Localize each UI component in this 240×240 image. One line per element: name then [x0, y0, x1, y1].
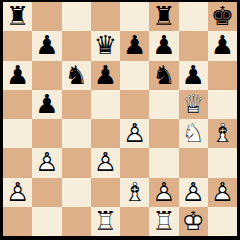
square-h3[interactable]	[208, 148, 237, 177]
square-g1[interactable]: ♚♔	[179, 207, 208, 236]
white-piece-outline: ♙	[179, 178, 208, 207]
square-a7[interactable]	[3, 31, 32, 60]
square-f2[interactable]: ♟♙	[149, 178, 178, 207]
square-c2[interactable]	[62, 178, 91, 207]
white-piece-outline: ♗	[208, 119, 237, 148]
square-b5[interactable]: ♟	[32, 90, 61, 119]
square-b3[interactable]: ♟♙	[32, 148, 61, 177]
square-f1[interactable]: ♜♖	[149, 207, 178, 236]
square-g3[interactable]	[179, 148, 208, 177]
square-d1[interactable]: ♜♖	[91, 207, 120, 236]
square-g4[interactable]: ♞♘	[179, 119, 208, 148]
white-piece-outline: ♕	[179, 90, 208, 119]
square-b2[interactable]	[32, 178, 61, 207]
square-c7[interactable]	[62, 31, 91, 60]
piece-black-king[interactable]: ♚	[208, 2, 237, 31]
piece-white-queen[interactable]: ♛♕	[179, 90, 208, 119]
square-f4[interactable]	[149, 119, 178, 148]
piece-white-bishop[interactable]: ♝♗	[208, 119, 237, 148]
square-c3[interactable]	[62, 148, 91, 177]
square-b1[interactable]	[32, 207, 61, 236]
piece-black-queen[interactable]: ♛	[91, 31, 120, 60]
piece-white-knight[interactable]: ♞♘	[179, 119, 208, 148]
square-c1[interactable]	[62, 207, 91, 236]
square-f5[interactable]	[149, 90, 178, 119]
square-h5[interactable]	[208, 90, 237, 119]
square-e4[interactable]: ♟♙	[120, 119, 149, 148]
square-d8[interactable]	[91, 2, 120, 31]
piece-white-rook[interactable]: ♜♖	[149, 207, 178, 236]
white-piece-outline: ♙	[208, 178, 237, 207]
piece-white-pawn[interactable]: ♟♙	[32, 148, 61, 177]
square-d5[interactable]	[91, 90, 120, 119]
square-d3[interactable]: ♟♙	[91, 148, 120, 177]
square-e3[interactable]	[120, 148, 149, 177]
square-a4[interactable]	[3, 119, 32, 148]
square-g6[interactable]: ♟	[179, 61, 208, 90]
piece-black-pawn[interactable]: ♟	[208, 31, 237, 60]
square-h2[interactable]: ♟♙	[208, 178, 237, 207]
white-piece-outline: ♙	[120, 119, 149, 148]
white-piece-outline: ♙	[32, 148, 61, 177]
square-d6[interactable]: ♟	[91, 61, 120, 90]
square-b7[interactable]: ♟	[32, 31, 61, 60]
square-a8[interactable]: ♜	[3, 2, 32, 31]
square-e5[interactable]	[120, 90, 149, 119]
square-c6[interactable]: ♞	[62, 61, 91, 90]
square-b6[interactable]	[32, 61, 61, 90]
square-f8[interactable]: ♜	[149, 2, 178, 31]
white-piece-outline: ♙	[91, 148, 120, 177]
piece-black-pawn[interactable]: ♟	[120, 31, 149, 60]
square-e7[interactable]: ♟	[120, 31, 149, 60]
square-a1[interactable]	[3, 207, 32, 236]
piece-black-knight[interactable]: ♞	[62, 61, 91, 90]
square-h8[interactable]: ♚	[208, 2, 237, 31]
piece-white-pawn[interactable]: ♟♙	[149, 178, 178, 207]
white-piece-outline: ♔	[179, 207, 208, 236]
square-c8[interactable]	[62, 2, 91, 31]
piece-black-pawn[interactable]: ♟	[3, 61, 32, 90]
square-h7[interactable]: ♟	[208, 31, 237, 60]
square-h1[interactable]	[208, 207, 237, 236]
white-piece-outline: ♗	[120, 178, 149, 207]
piece-black-pawn[interactable]: ♟	[32, 31, 61, 60]
white-piece-outline: ♙	[149, 178, 178, 207]
square-b4[interactable]	[32, 119, 61, 148]
square-g2[interactable]: ♟♙	[179, 178, 208, 207]
piece-white-bishop[interactable]: ♝♗	[120, 178, 149, 207]
white-piece-outline: ♘	[179, 119, 208, 148]
piece-black-pawn[interactable]: ♟	[91, 61, 120, 90]
square-h4[interactable]: ♝♗	[208, 119, 237, 148]
piece-black-pawn[interactable]: ♟	[149, 31, 178, 60]
square-g8[interactable]	[179, 2, 208, 31]
white-piece-outline: ♖	[91, 207, 120, 236]
square-e2[interactable]: ♝♗	[120, 178, 149, 207]
piece-black-pawn[interactable]: ♟	[179, 61, 208, 90]
square-h6[interactable]	[208, 61, 237, 90]
square-f7[interactable]: ♟	[149, 31, 178, 60]
square-e8[interactable]	[120, 2, 149, 31]
square-f6[interactable]: ♞	[149, 61, 178, 90]
square-a3[interactable]	[3, 148, 32, 177]
piece-white-king[interactable]: ♚♔	[179, 207, 208, 236]
piece-white-pawn[interactable]: ♟♙	[208, 178, 237, 207]
square-d7[interactable]: ♛	[91, 31, 120, 60]
square-e1[interactable]	[120, 207, 149, 236]
square-d2[interactable]	[91, 178, 120, 207]
white-piece-outline: ♖	[149, 207, 178, 236]
square-f3[interactable]	[149, 148, 178, 177]
piece-black-pawn[interactable]: ♟	[32, 90, 61, 119]
square-g5[interactable]: ♛♕	[179, 90, 208, 119]
piece-black-rook[interactable]: ♜	[3, 2, 32, 31]
board-frame: ♜♜♚♟♛♟♟♟♟♞♟♞♟♟♛♕♟♙♞♘♝♗♟♙♟♙♟♙♝♗♟♙♟♙♟♙♜♖♜♖…	[0, 0, 240, 240]
square-c4[interactable]	[62, 119, 91, 148]
piece-white-pawn[interactable]: ♟♙	[179, 178, 208, 207]
piece-white-pawn[interactable]: ♟♙	[120, 119, 149, 148]
piece-black-knight[interactable]: ♞	[149, 61, 178, 90]
piece-white-pawn[interactable]: ♟♙	[91, 148, 120, 177]
piece-black-rook[interactable]: ♜	[149, 2, 178, 31]
piece-white-rook[interactable]: ♜♖	[91, 207, 120, 236]
square-g7[interactable]	[179, 31, 208, 60]
square-d4[interactable]	[91, 119, 120, 148]
square-a5[interactable]	[3, 90, 32, 119]
square-e6[interactable]	[120, 61, 149, 90]
chess-board: ♜♜♚♟♛♟♟♟♟♞♟♞♟♟♛♕♟♙♞♘♝♗♟♙♟♙♟♙♝♗♟♙♟♙♟♙♜♖♜♖…	[3, 2, 237, 236]
square-a6[interactable]: ♟	[3, 61, 32, 90]
square-a2[interactable]: ♟♙	[3, 178, 32, 207]
square-b8[interactable]	[32, 2, 61, 31]
white-piece-outline: ♙	[3, 178, 32, 207]
square-c5[interactable]	[62, 90, 91, 119]
piece-white-pawn[interactable]: ♟♙	[3, 178, 32, 207]
